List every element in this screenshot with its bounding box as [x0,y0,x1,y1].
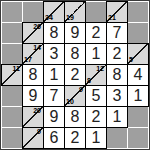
entry-cell[interactable]: 8 [107,65,127,85]
entry-cell[interactable]: 7 [44,86,64,106]
clue-cell: 26 [23,23,43,43]
clue-cell: 128 [86,65,106,85]
entry-cell[interactable]: 8 [23,65,43,85]
clue-cell: 11 [2,65,22,85]
down-clue: 10 [66,98,74,106]
entry-cell[interactable]: 2 [65,65,85,85]
entry-cell[interactable]: 1 [86,44,106,64]
blank-cell [86,2,106,22]
clue-cell: 19 [65,2,85,22]
blank-cell [128,23,148,43]
entry-cell[interactable]: 1 [44,65,64,85]
across-clue: 20 [33,107,41,115]
entry-cell[interactable]: 3 [44,44,64,64]
entry-cell[interactable]: 2 [86,23,106,43]
across-clue: 26 [33,23,41,31]
down-clue: 8 [87,77,91,85]
entry-cell[interactable]: 1 [128,86,148,106]
entry-cell[interactable]: 1 [107,107,127,127]
down-clue: 19 [66,14,74,22]
entry-cell[interactable]: 4 [128,65,148,85]
blank-cell [2,107,22,127]
blank-cell [2,44,22,64]
down-clue: 5 [129,56,133,64]
blank-cell [128,107,148,127]
blank-cell [2,23,22,43]
down-clue: 34 [45,14,53,22]
clue-cell: 9 [23,128,43,148]
entry-cell[interactable]: 9 [65,23,85,43]
blank-cell [23,2,43,22]
blank-cell [107,128,127,148]
entry-cell[interactable]: 8 [65,107,85,127]
clue-cell: 5 [128,44,148,64]
entry-cell[interactable]: 2 [86,107,106,127]
blank-cell [128,128,148,148]
blank-cell [2,86,22,106]
entry-cell[interactable]: 5 [86,86,106,106]
entry-cell[interactable]: 2 [107,44,127,64]
across-clue: 9 [37,128,41,136]
blank-cell [2,2,22,22]
clue-cell: 20 [23,107,43,127]
across-clue: 11 [13,65,20,73]
down-clue: 21 [108,14,116,22]
entry-cell[interactable]: 8 [65,44,85,64]
clue-cell: 21 [107,2,127,22]
entry-cell[interactable]: 9 [44,107,64,127]
across-clue: 14 [33,44,41,52]
clue-cell: 910 [65,86,85,106]
entry-cell[interactable]: 2 [65,128,85,148]
entry-cell[interactable]: 8 [44,23,64,43]
entry-cell[interactable]: 6 [44,128,64,148]
kakuro-board: 3419212689271417381251181212884979105312… [0,0,150,150]
blank-cell [2,128,22,148]
clue-cell: 1417 [23,44,43,64]
entry-cell[interactable]: 3 [107,86,127,106]
across-clue: 9 [79,86,83,94]
entry-cell[interactable]: 9 [23,86,43,106]
down-clue: 17 [24,56,32,64]
across-clue: 12 [96,65,104,73]
entry-cell[interactable]: 1 [86,128,106,148]
clue-cell: 34 [44,2,64,22]
blank-cell [128,2,148,22]
entry-cell[interactable]: 7 [107,23,127,43]
